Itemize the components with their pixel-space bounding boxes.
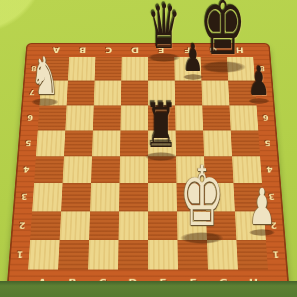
square-c1[interactable] (88, 240, 118, 270)
square-d1[interactable] (118, 240, 148, 270)
square-c7[interactable] (94, 81, 122, 105)
file-label-top-b: B (69, 44, 96, 57)
square-c8[interactable] (95, 57, 122, 81)
board-squares (28, 57, 268, 270)
square-e1[interactable] (148, 240, 178, 270)
square-f6[interactable] (175, 105, 203, 130)
square-g6[interactable] (202, 105, 230, 130)
square-f7[interactable] (175, 81, 203, 105)
square-b1[interactable] (58, 240, 89, 270)
black-queen-e8[interactable]: ♛ (147, 0, 181, 57)
square-h6[interactable] (229, 105, 258, 130)
square-b4[interactable] (63, 156, 92, 183)
file-label-top-d: D (122, 44, 148, 57)
square-b7[interactable] (67, 81, 95, 105)
square-e2[interactable] (148, 211, 177, 240)
square-g7[interactable] (201, 81, 229, 105)
square-b2[interactable] (60, 211, 90, 240)
rank-label-left-2: 2 (12, 211, 32, 240)
black-pawn-h6[interactable]: ♟ (248, 61, 270, 101)
square-c2[interactable] (89, 211, 119, 240)
rank-label-right-6: 6 (257, 105, 276, 130)
square-b6[interactable] (65, 105, 93, 130)
square-a3[interactable] (32, 183, 62, 211)
rank-label-left-6: 6 (21, 105, 40, 130)
black-rook-e4[interactable]: ♜ (144, 95, 178, 156)
square-a6[interactable] (38, 105, 67, 130)
square-c3[interactable] (90, 183, 119, 211)
white-pawn-h2[interactable]: ♟ (248, 182, 275, 232)
square-a2[interactable] (30, 211, 61, 240)
rank-label-left-4: 4 (17, 156, 36, 183)
file-label-top-c: C (95, 44, 122, 57)
square-a5[interactable] (36, 130, 65, 156)
square-e3[interactable] (148, 183, 177, 211)
rank-label-left-5: 5 (19, 130, 38, 156)
square-b3[interactable] (61, 183, 91, 211)
rank-label-left-3: 3 (14, 183, 34, 211)
square-a4[interactable] (34, 156, 64, 183)
rank-label-left-1: 1 (10, 240, 30, 270)
grass-foreground (0, 281, 297, 297)
rank-label-right-5: 5 (258, 130, 277, 156)
square-h5[interactable] (231, 130, 260, 156)
square-c6[interactable] (93, 105, 121, 130)
square-a1[interactable] (28, 240, 60, 270)
game-scene: ABCDEFGH 87654321 87654321 ABCDEFGH ♛♚♟♟… (0, 0, 297, 297)
square-d3[interactable] (119, 183, 148, 211)
square-h1[interactable] (236, 240, 268, 270)
black-king-g8[interactable]: ♚ (200, 0, 246, 67)
square-b5[interactable] (64, 130, 93, 156)
black-pawn-f7[interactable]: ♟ (183, 39, 204, 77)
white-king-f1[interactable]: ♚ (179, 155, 224, 238)
square-d8[interactable] (121, 57, 148, 81)
white-knight-a6[interactable]: ♞ (31, 50, 59, 102)
square-c5[interactable] (92, 130, 120, 156)
square-c4[interactable] (91, 156, 120, 183)
square-b8[interactable] (68, 57, 96, 81)
rank-label-right-1: 1 (266, 240, 286, 270)
square-d2[interactable] (119, 211, 148, 240)
